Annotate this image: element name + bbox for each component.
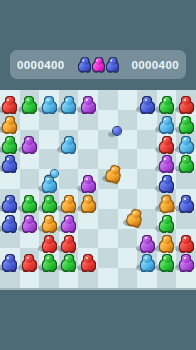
piece-green-r2c0[interactable] <box>3 137 16 153</box>
piece-cyan-r1c8[interactable] <box>160 117 173 133</box>
runner-orange-0[interactable] <box>107 166 120 182</box>
cell-r2c4 <box>78 130 98 150</box>
cell-r8c6 <box>118 248 138 268</box>
piece-green-r5c2[interactable] <box>43 196 56 212</box>
piece-purple-r0c4[interactable] <box>82 97 95 113</box>
piece-green-r8c3[interactable] <box>62 255 75 271</box>
piece-cyan-r4c2[interactable] <box>43 176 56 192</box>
hud-gummy-icon-magenta <box>93 58 104 72</box>
piece-purple-r4c4[interactable] <box>82 176 95 192</box>
piece-orange-r7c8[interactable] <box>160 236 173 252</box>
piece-orange-r1c0[interactable] <box>3 117 16 133</box>
piece-cyan-r2c9[interactable] <box>180 137 193 153</box>
cell-r7c5 <box>98 229 118 249</box>
piece-orange-r5c4[interactable] <box>82 196 95 212</box>
ball-blue <box>113 127 121 135</box>
cell-r0c5 <box>98 90 118 110</box>
piece-green-r6c8[interactable] <box>160 216 173 232</box>
cell-r9c6 <box>118 268 138 288</box>
runner-orange-1[interactable] <box>128 210 141 226</box>
cell-r1c6 <box>118 110 138 130</box>
cell-r0c6 <box>118 90 138 110</box>
cell-r4c3 <box>59 169 79 189</box>
cell-r2c2 <box>39 130 59 150</box>
hud-gummy-icon-blue <box>79 58 90 72</box>
piece-green-r0c8[interactable] <box>160 97 173 113</box>
cell-r3c6 <box>118 149 138 169</box>
piece-red-r8c1[interactable] <box>23 255 36 271</box>
piece-red-r8c4[interactable] <box>82 255 95 271</box>
piece-blue-r0c7[interactable] <box>141 97 154 113</box>
score-bar: 0000400 0000400 <box>10 50 186 79</box>
cell-r5c5 <box>98 189 118 209</box>
piece-blue-r3c0[interactable] <box>3 156 16 172</box>
piece-orange-r5c8[interactable] <box>160 196 173 212</box>
piece-green-r8c8[interactable] <box>160 255 173 271</box>
cell-r4c1 <box>20 169 40 189</box>
piece-blue-r8c0[interactable] <box>3 255 16 271</box>
piece-green-r0c1[interactable] <box>23 97 36 113</box>
piece-green-r5c1[interactable] <box>23 196 36 212</box>
piece-purple-r6c1[interactable] <box>23 216 36 232</box>
piece-blue-r6c0[interactable] <box>3 216 16 232</box>
piece-red-r0c0[interactable] <box>3 97 16 113</box>
cell-r9c5 <box>98 268 118 288</box>
piece-red-r0c9[interactable] <box>180 97 193 113</box>
piece-purple-r7c7[interactable] <box>141 236 154 252</box>
hud-gummy-icons <box>79 58 118 72</box>
cell-r3c4 <box>78 149 98 169</box>
cell-r4c7 <box>137 169 157 189</box>
game-board <box>0 90 196 288</box>
piece-purple-r3c8[interactable] <box>160 156 173 172</box>
piece-purple-r2c1[interactable] <box>23 137 36 153</box>
piece-blue-r4c8[interactable] <box>160 176 173 192</box>
cell-r8c5 <box>98 248 118 268</box>
cell-r3c7 <box>137 149 157 169</box>
piece-purple-r6c3[interactable] <box>62 216 75 232</box>
piece-cyan-r8c7[interactable] <box>141 255 154 271</box>
cell-r6c5 <box>98 209 118 229</box>
piece-green-r8c2[interactable] <box>43 255 56 271</box>
piece-green-r3c9[interactable] <box>180 156 193 172</box>
piece-green-r1c9[interactable] <box>180 117 193 133</box>
piece-orange-r5c3[interactable] <box>62 196 75 212</box>
score-left: 0000400 <box>17 59 65 71</box>
ball-cyan <box>51 170 58 177</box>
cell-r7c6 <box>118 229 138 249</box>
piece-red-r7c9[interactable] <box>180 236 193 252</box>
piece-purple-r8c9[interactable] <box>180 255 193 271</box>
piece-cyan-r0c3[interactable] <box>62 97 75 113</box>
piece-red-r7c3[interactable] <box>62 236 75 252</box>
cell-r7c4 <box>78 229 98 249</box>
piece-cyan-r0c2[interactable] <box>43 97 56 113</box>
cell-r3c2 <box>39 149 59 169</box>
board-bottom-edge <box>0 288 196 290</box>
score-right: 0000400 <box>131 59 179 71</box>
piece-orange-r6c2[interactable] <box>43 216 56 232</box>
cell-r2c7 <box>137 130 157 150</box>
piece-cyan-r2c3[interactable] <box>62 137 75 153</box>
hud-gummy-icon-blue <box>107 58 118 72</box>
piece-blue-r5c0[interactable] <box>3 196 16 212</box>
piece-red-r7c2[interactable] <box>43 236 56 252</box>
cell-r5c6 <box>118 189 138 209</box>
piece-red-r2c8[interactable] <box>160 137 173 153</box>
cell-r5c7 <box>137 189 157 209</box>
piece-blue-r5c9[interactable] <box>180 196 193 212</box>
